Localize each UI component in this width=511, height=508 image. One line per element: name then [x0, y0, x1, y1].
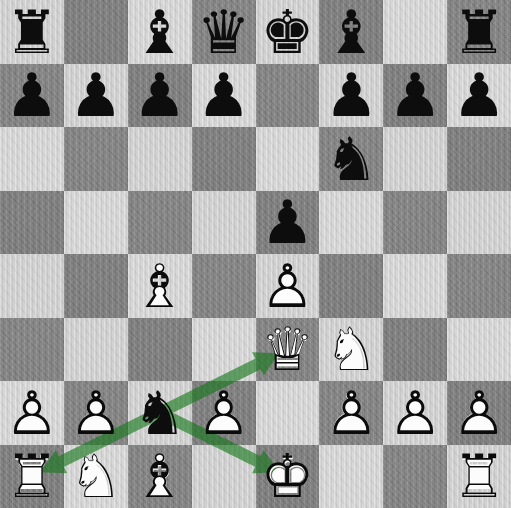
white-piece-outline-glyph: ♙	[192, 381, 256, 445]
white-piece-outline-glyph: ♙	[64, 381, 128, 445]
piece-white-pawn-f2[interactable]: ♟♙	[319, 381, 383, 445]
piece-black-rook-h8[interactable]: ♜	[447, 0, 511, 64]
piece-white-bishop-c4[interactable]: ♝♗	[128, 254, 192, 318]
piece-black-pawn-b7[interactable]: ♟	[64, 64, 128, 128]
black-piece-glyph: ♟	[256, 191, 320, 255]
piece-black-king-e8[interactable]: ♚	[256, 0, 320, 64]
piece-white-pawn-b2[interactable]: ♟♙	[64, 381, 128, 445]
black-piece-glyph: ♟	[128, 64, 192, 128]
piece-white-pawn-g2[interactable]: ♟♙	[383, 381, 447, 445]
piece-white-rook-a1[interactable]: ♜♖	[0, 445, 64, 508]
piece-black-pawn-e5[interactable]: ♟	[256, 191, 320, 255]
black-piece-glyph: ♝	[319, 0, 383, 64]
white-piece-outline-glyph: ♗	[128, 254, 192, 318]
chess-app: ♜♝♛♚♝♜♟♟♟♟♟♟♟♞♟♝♗♟♙♛♕♞♘♟♙♟♙♞♟♙♟♙♟♙♟♙♜♖♞♘…	[0, 0, 511, 508]
white-piece-outline-glyph: ♙	[0, 381, 64, 445]
piece-black-knight-f6[interactable]: ♞	[319, 127, 383, 191]
white-piece-outline-glyph: ♘	[319, 318, 383, 382]
white-piece-outline-glyph: ♗	[128, 445, 192, 508]
piece-white-pawn-d2[interactable]: ♟♙	[192, 381, 256, 445]
piece-black-pawn-a7[interactable]: ♟	[0, 64, 64, 128]
black-piece-glyph: ♜	[0, 0, 64, 64]
black-piece-glyph: ♞	[319, 127, 383, 191]
white-piece-outline-glyph: ♖	[447, 445, 511, 508]
white-piece-outline-glyph: ♔	[256, 445, 320, 508]
black-piece-glyph: ♟	[0, 64, 64, 128]
piece-white-queen-e3[interactable]: ♛♕	[256, 318, 320, 382]
piece-black-pawn-d7[interactable]: ♟	[192, 64, 256, 128]
piece-white-pawn-h2[interactable]: ♟♙	[447, 381, 511, 445]
black-piece-glyph: ♞	[128, 381, 192, 445]
white-piece-outline-glyph: ♖	[0, 445, 64, 508]
black-piece-glyph: ♚	[256, 0, 320, 64]
piece-black-queen-d8[interactable]: ♛	[192, 0, 256, 64]
piece-black-pawn-c7[interactable]: ♟	[128, 64, 192, 128]
black-piece-glyph: ♟	[383, 64, 447, 128]
piece-black-pawn-f7[interactable]: ♟	[319, 64, 383, 128]
white-piece-outline-glyph: ♙	[319, 381, 383, 445]
piece-black-pawn-h7[interactable]: ♟	[447, 64, 511, 128]
piece-black-pawn-g7[interactable]: ♟	[383, 64, 447, 128]
black-piece-glyph: ♛	[192, 0, 256, 64]
piece-black-rook-a8[interactable]: ♜	[0, 0, 64, 64]
white-piece-outline-glyph: ♕	[256, 318, 320, 382]
black-piece-glyph: ♟	[319, 64, 383, 128]
black-piece-glyph: ♝	[128, 0, 192, 64]
piece-white-knight-f3[interactable]: ♞♘	[319, 318, 383, 382]
piece-white-king-e1[interactable]: ♚♔	[256, 445, 320, 508]
piece-white-bishop-c1[interactable]: ♝♗	[128, 445, 192, 508]
piece-black-bishop-f8[interactable]: ♝	[319, 0, 383, 64]
white-piece-outline-glyph: ♙	[256, 254, 320, 318]
pieces-layer: ♜♝♛♚♝♜♟♟♟♟♟♟♟♞♟♝♗♟♙♛♕♞♘♟♙♟♙♞♟♙♟♙♟♙♟♙♜♖♞♘…	[0, 0, 511, 508]
piece-black-knight-c2[interactable]: ♞	[128, 381, 192, 445]
black-piece-glyph: ♟	[64, 64, 128, 128]
piece-white-pawn-a2[interactable]: ♟♙	[0, 381, 64, 445]
white-piece-outline-glyph: ♙	[383, 381, 447, 445]
black-piece-glyph: ♟	[192, 64, 256, 128]
white-piece-outline-glyph: ♘	[64, 445, 128, 508]
white-piece-outline-glyph: ♙	[447, 381, 511, 445]
piece-white-pawn-e4[interactable]: ♟♙	[256, 254, 320, 318]
piece-white-knight-b1[interactable]: ♞♘	[64, 445, 128, 508]
piece-white-rook-h1[interactable]: ♜♖	[447, 445, 511, 508]
black-piece-glyph: ♜	[447, 0, 511, 64]
piece-black-bishop-c8[interactable]: ♝	[128, 0, 192, 64]
black-piece-glyph: ♟	[447, 64, 511, 128]
